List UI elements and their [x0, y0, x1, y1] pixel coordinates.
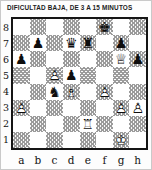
square-d8	[63, 19, 80, 35]
square-f5	[96, 67, 113, 83]
square-f2	[96, 116, 113, 132]
square-e5	[80, 67, 97, 83]
piece-outline-layer: ♙	[131, 100, 144, 116]
piece-outline-layer: ♙	[98, 84, 111, 100]
square-g8	[113, 19, 130, 35]
piece-outline-layer: ♖	[82, 116, 95, 132]
square-f8: ♚	[96, 19, 113, 35]
piece-outline-layer: ♔	[115, 132, 128, 148]
square-c6	[46, 51, 63, 67]
rank-label-4: 4	[1, 84, 11, 100]
chess-puzzle-page: DIFICULTAD BAJA, DE 3 A 15 MINUTOS 87654…	[0, 0, 152, 170]
square-h3: ♟♙	[129, 100, 146, 116]
white-piece-P-a3: ♟♙	[15, 101, 28, 115]
square-h5	[129, 67, 146, 83]
square-f1	[96, 132, 113, 148]
square-g2	[113, 116, 130, 132]
white-piece-R-e2: ♜♖	[82, 117, 95, 131]
square-d2	[63, 116, 80, 132]
file-label-c: c	[46, 151, 63, 168]
square-f7	[96, 35, 113, 51]
piece-outline-layer: ♕	[115, 51, 128, 67]
square-e6	[80, 51, 97, 67]
black-piece-n-c4: ♞	[48, 85, 61, 99]
square-b2	[30, 116, 47, 132]
square-b3	[30, 100, 47, 116]
black-piece-q-d7: ♛	[65, 36, 78, 50]
square-d1	[63, 132, 80, 148]
square-c5: ♟♙	[46, 67, 63, 83]
square-f4: ♟♙	[96, 84, 113, 100]
file-labels: abcdefgh	[13, 151, 146, 168]
square-b5	[30, 67, 47, 83]
square-h2	[129, 116, 146, 132]
square-g1: ♚♔	[113, 132, 130, 148]
square-h7	[129, 35, 146, 51]
square-c8	[46, 19, 63, 35]
square-d3	[63, 100, 80, 116]
black-piece-p-d5: ♟	[65, 68, 78, 82]
white-piece-P-h3: ♟♙	[131, 101, 144, 115]
square-a4	[13, 84, 30, 100]
square-a2	[13, 116, 30, 132]
square-d6	[63, 51, 80, 67]
square-c3	[46, 100, 63, 116]
square-f6	[96, 51, 113, 67]
square-g5	[113, 67, 130, 83]
square-e2: ♜♖	[80, 116, 97, 132]
rank-label-3: 3	[1, 100, 11, 116]
square-e7: ♜	[80, 35, 97, 51]
file-label-h: h	[129, 151, 146, 168]
square-a1	[13, 132, 30, 148]
square-h1	[129, 132, 146, 148]
rank-label-7: 7	[1, 35, 11, 51]
black-piece-p-a6: ♟	[15, 52, 28, 66]
page-title: DIFICULTAD BAJA, DE 3 A 15 MINUTOS	[7, 4, 132, 11]
black-piece-p-b7: ♟	[32, 36, 45, 50]
square-b8	[30, 19, 47, 35]
file-label-d: d	[63, 151, 80, 168]
chess-board: ♚♟♛♜♟♟♛♕♟♟♙♟♞♝♗♟♙♟♙♟♙♟♙♜♖♚♔	[11, 17, 148, 150]
file-label-e: e	[80, 151, 97, 168]
black-piece-p-h6: ♟	[131, 52, 144, 66]
square-b4	[30, 84, 47, 100]
rank-label-2: 2	[1, 116, 11, 132]
square-g3: ♟♙	[113, 100, 130, 116]
square-e1	[80, 132, 97, 148]
white-piece-B-d4: ♝♗	[65, 85, 78, 99]
white-piece-P-g3: ♟♙	[115, 101, 128, 115]
rank-label-1: 1	[1, 132, 11, 148]
rank-label-6: 6	[1, 51, 11, 67]
white-piece-P-f4: ♟♙	[98, 85, 111, 99]
square-c7	[46, 35, 63, 51]
square-g7: ♟	[113, 35, 130, 51]
file-label-g: g	[113, 151, 130, 168]
square-c2	[46, 116, 63, 132]
square-h8	[129, 19, 146, 35]
square-e3	[80, 100, 97, 116]
square-a8	[13, 19, 30, 35]
white-piece-Q-g6: ♛♕	[115, 52, 128, 66]
square-d4: ♝♗	[63, 84, 80, 100]
file-label-a: a	[13, 151, 30, 168]
black-piece-k-f8: ♚	[98, 20, 111, 34]
square-b6	[30, 51, 47, 67]
square-c4: ♞	[46, 84, 63, 100]
piece-outline-layer: ♙	[115, 100, 128, 116]
rank-label-5: 5	[1, 67, 11, 83]
square-f3	[96, 100, 113, 116]
file-label-f: f	[96, 151, 113, 168]
square-e8	[80, 19, 97, 35]
square-c1	[46, 132, 63, 148]
white-piece-K-g1: ♚♔	[115, 133, 128, 147]
rank-label-8: 8	[1, 19, 11, 35]
square-a7	[13, 35, 30, 51]
square-a6: ♟	[13, 51, 30, 67]
piece-outline-layer: ♗	[65, 84, 78, 100]
square-a3: ♟♙	[13, 100, 30, 116]
file-label-b: b	[30, 151, 47, 168]
black-piece-r-e7: ♜	[82, 36, 95, 50]
square-d5: ♟	[63, 67, 80, 83]
white-piece-P-c5: ♟♙	[48, 68, 61, 82]
square-g4	[113, 84, 130, 100]
square-b7: ♟	[30, 35, 47, 51]
square-d7: ♛	[63, 35, 80, 51]
square-h4	[129, 84, 146, 100]
black-piece-p-g7: ♟	[115, 36, 128, 50]
piece-outline-layer: ♙	[15, 100, 28, 116]
piece-outline-layer: ♙	[48, 67, 61, 83]
rank-labels: 87654321	[1, 19, 11, 148]
square-e4	[80, 84, 97, 100]
square-g6: ♛♕	[113, 51, 130, 67]
square-a5	[13, 67, 30, 83]
square-h6: ♟	[129, 51, 146, 67]
square-b1	[30, 132, 47, 148]
